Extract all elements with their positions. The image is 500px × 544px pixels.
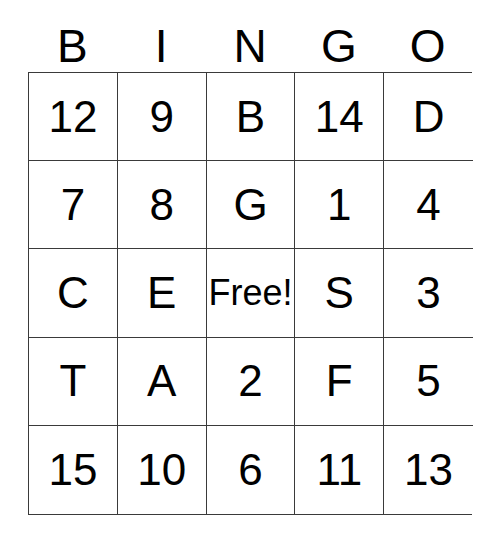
bingo-cell-r4c1[interactable]: 10: [118, 426, 207, 514]
bingo-cell-r1c4[interactable]: 4: [384, 161, 473, 249]
bingo-cell-r4c0[interactable]: 15: [29, 426, 118, 514]
header-letter-b: B: [28, 20, 117, 72]
bingo-cell-r0c2[interactable]: B: [207, 73, 296, 161]
header-letter-o: O: [383, 20, 472, 72]
bingo-cell-r4c2[interactable]: 6: [207, 426, 296, 514]
bingo-cell-r3c3[interactable]: F: [295, 338, 384, 426]
bingo-cell-r3c2[interactable]: 2: [207, 338, 296, 426]
bingo-cell-r3c4[interactable]: 5: [384, 338, 473, 426]
bingo-cell-r1c3[interactable]: 1: [295, 161, 384, 249]
bingo-cell-r1c2[interactable]: G: [207, 161, 296, 249]
bingo-card: B I N G O 12 9 B 14 D 7 8 G 1 4 C E Free…: [0, 0, 500, 544]
bingo-header-row: B I N G O: [28, 20, 472, 72]
header-letter-n: N: [206, 20, 295, 72]
bingo-cell-r0c1[interactable]: 9: [118, 73, 207, 161]
bingo-grid: 12 9 B 14 D 7 8 G 1 4 C E Free! S 3 T A …: [28, 72, 472, 515]
bingo-cell-r3c1[interactable]: A: [118, 338, 207, 426]
bingo-cell-r0c3[interactable]: 14: [295, 73, 384, 161]
bingo-cell-r2c0[interactable]: C: [29, 249, 118, 337]
bingo-cell-r3c0[interactable]: T: [29, 338, 118, 426]
bingo-cell-r1c1[interactable]: 8: [118, 161, 207, 249]
bingo-cell-r2c3[interactable]: S: [295, 249, 384, 337]
bingo-board: B I N G O 12 9 B 14 D 7 8 G 1 4 C E Free…: [28, 20, 472, 515]
bingo-cell-r0c4[interactable]: D: [384, 73, 473, 161]
bingo-cell-r1c0[interactable]: 7: [29, 161, 118, 249]
bingo-cell-r2c1[interactable]: E: [118, 249, 207, 337]
header-letter-g: G: [294, 20, 383, 72]
bingo-cell-r0c0[interactable]: 12: [29, 73, 118, 161]
bingo-cell-free[interactable]: Free!: [207, 249, 296, 337]
bingo-cell-r4c3[interactable]: 11: [295, 426, 384, 514]
bingo-cell-r4c4[interactable]: 13: [384, 426, 473, 514]
bingo-cell-r2c4[interactable]: 3: [384, 249, 473, 337]
header-letter-i: I: [117, 20, 206, 72]
